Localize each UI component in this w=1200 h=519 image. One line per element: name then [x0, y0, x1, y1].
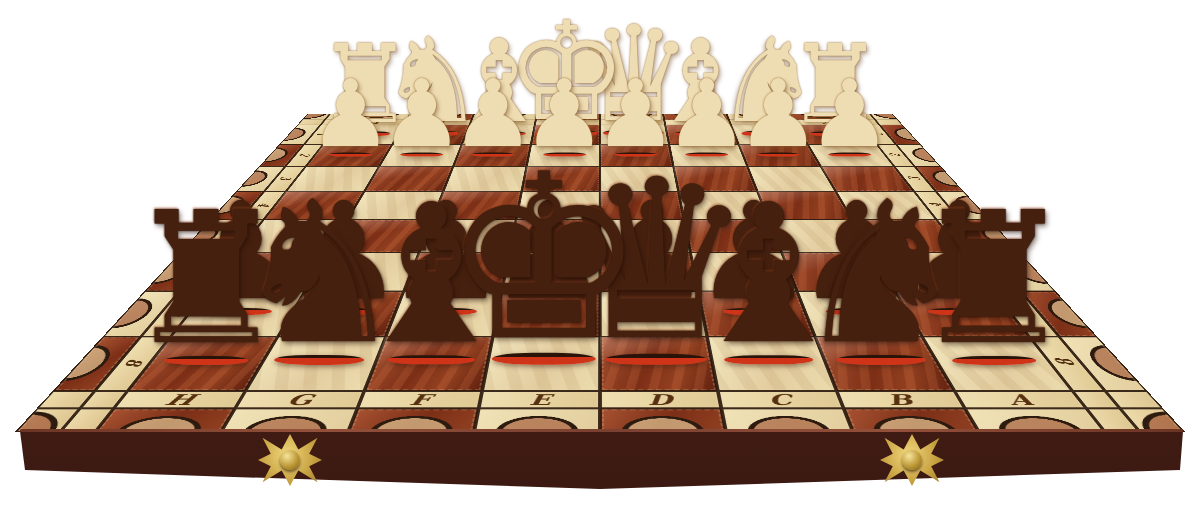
clasp-knob-icon	[902, 450, 922, 470]
pawn-icon: ♟	[808, 67, 892, 160]
brass-clasp-right	[880, 434, 944, 486]
board-front-edge	[20, 429, 1183, 432]
coordinate-band: G	[235, 391, 363, 408]
piece-felt-base	[164, 356, 248, 365]
file-label-e: E	[528, 391, 551, 408]
rook-icon: ♜	[124, 188, 288, 371]
file-label-h: H	[161, 391, 200, 408]
coordinate-band: B	[836, 391, 964, 408]
black-rook-h8[interactable]: ♜	[124, 188, 288, 365]
file-label-b: B	[884, 391, 917, 408]
coordinate-band: E	[478, 391, 600, 408]
brass-clasp-left	[258, 434, 322, 486]
coordinate-band: A	[954, 391, 1086, 408]
white-pawn-h2[interactable]: ♟	[309, 67, 393, 157]
file-label-g: G	[284, 391, 317, 408]
clasp-knob-icon	[280, 450, 300, 470]
coordinate-band: C	[718, 391, 843, 408]
coordinate-band: D	[600, 391, 722, 408]
file-label-c: C	[766, 391, 794, 408]
file-label-a: A	[1003, 391, 1037, 408]
chess-set-photo: HGFEDCBA1122334455667788HGFEDCBA ♜♞♝♛♚♝♞…	[0, 0, 1200, 519]
coordinate-band: F	[357, 391, 482, 408]
white-pawn-a2[interactable]: ♟	[808, 67, 892, 157]
file-label-d: D	[647, 391, 673, 408]
coordinate-band: H	[114, 391, 246, 408]
file-label-f: F	[407, 391, 432, 408]
pawn-icon: ♟	[309, 67, 393, 160]
